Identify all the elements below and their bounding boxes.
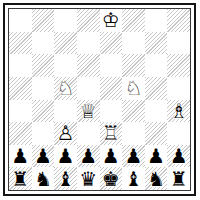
black-king-glyph: ♚ xyxy=(100,168,123,190)
black-pawn-glyph: ♟ xyxy=(167,145,190,167)
square-e7[interactable] xyxy=(100,32,123,55)
white-pawn-outline: ♙ xyxy=(54,122,77,144)
black-knight[interactable]: ♞ xyxy=(32,167,55,190)
black-pawn-glyph: ♟ xyxy=(77,145,100,167)
square-f6[interactable] xyxy=(122,54,145,77)
square-h3[interactable] xyxy=(167,122,190,145)
white-queen[interactable]: ♛♕ xyxy=(77,100,100,123)
square-h5[interactable] xyxy=(167,77,190,100)
square-e1[interactable]: ♚ xyxy=(100,167,123,190)
square-a1[interactable]: ♜ xyxy=(9,167,32,190)
white-knight[interactable]: ♞♘ xyxy=(54,77,77,100)
black-pawn[interactable]: ♟ xyxy=(145,145,168,168)
square-f1[interactable]: ♝ xyxy=(122,167,145,190)
black-pawn-glyph: ♟ xyxy=(9,145,32,167)
square-b3[interactable] xyxy=(32,122,55,145)
square-d4[interactable]: ♛♕ xyxy=(77,100,100,123)
black-pawn-glyph: ♟ xyxy=(54,145,77,167)
black-knight[interactable]: ♞ xyxy=(145,167,168,190)
white-king[interactable]: ♚♔ xyxy=(100,9,123,32)
square-c5[interactable]: ♞♘ xyxy=(54,77,77,100)
white-queen-outline: ♕ xyxy=(77,100,100,122)
square-e8[interactable]: ♚♔ xyxy=(100,9,123,32)
black-bishop[interactable]: ♝ xyxy=(54,167,77,190)
black-pawn[interactable]: ♟ xyxy=(122,145,145,168)
white-bishop-outline: ♗ xyxy=(167,100,190,122)
white-rook[interactable]: ♜♖ xyxy=(100,122,123,145)
white-king-outline: ♔ xyxy=(100,9,123,31)
square-f4[interactable] xyxy=(122,100,145,123)
black-pawn[interactable]: ♟ xyxy=(54,145,77,168)
square-c2[interactable]: ♟ xyxy=(54,145,77,168)
square-g2[interactable]: ♟ xyxy=(145,145,168,168)
square-d7[interactable] xyxy=(77,32,100,55)
black-rook-glyph: ♜ xyxy=(167,168,190,190)
square-f3[interactable] xyxy=(122,122,145,145)
square-c1[interactable]: ♝ xyxy=(54,167,77,190)
square-e6[interactable] xyxy=(100,54,123,77)
board-frame: ♚♔♞♘♞♘♛♕♝♗♟♙♜♖♟♟♟♟♟♟♟♟♜♞♝♛♚♝♞♜ xyxy=(3,3,196,196)
square-c6[interactable] xyxy=(54,54,77,77)
square-d8[interactable] xyxy=(77,9,100,32)
square-b5[interactable] xyxy=(32,77,55,100)
square-e3[interactable]: ♜♖ xyxy=(100,122,123,145)
white-pawn[interactable]: ♟♙ xyxy=(54,122,77,145)
square-g4[interactable] xyxy=(145,100,168,123)
black-rook-glyph: ♜ xyxy=(9,168,32,190)
square-d2[interactable]: ♟ xyxy=(77,145,100,168)
black-bishop-glyph: ♝ xyxy=(54,168,77,190)
square-c4[interactable] xyxy=(54,100,77,123)
chess-board: ♚♔♞♘♞♘♛♕♝♗♟♙♜♖♟♟♟♟♟♟♟♟♜♞♝♛♚♝♞♜ xyxy=(8,8,191,191)
black-king[interactable]: ♚ xyxy=(100,167,123,190)
white-knight[interactable]: ♞♘ xyxy=(122,77,145,100)
black-pawn[interactable]: ♟ xyxy=(32,145,55,168)
black-pawn[interactable]: ♟ xyxy=(77,145,100,168)
white-knight-outline: ♘ xyxy=(122,77,145,99)
square-a4[interactable] xyxy=(9,100,32,123)
square-b1[interactable]: ♞ xyxy=(32,167,55,190)
square-f8[interactable] xyxy=(122,9,145,32)
square-c3[interactable]: ♟♙ xyxy=(54,122,77,145)
square-h8[interactable] xyxy=(167,9,190,32)
square-a3[interactable] xyxy=(9,122,32,145)
square-b6[interactable] xyxy=(32,54,55,77)
square-h7[interactable] xyxy=(167,32,190,55)
black-pawn-glyph: ♟ xyxy=(145,145,168,167)
square-f5[interactable]: ♞♘ xyxy=(122,77,145,100)
square-h6[interactable] xyxy=(167,54,190,77)
square-f7[interactable] xyxy=(122,32,145,55)
black-queen-glyph: ♛ xyxy=(77,168,100,190)
black-pawn[interactable]: ♟ xyxy=(167,145,190,168)
square-d6[interactable] xyxy=(77,54,100,77)
black-pawn[interactable]: ♟ xyxy=(100,145,123,168)
square-e5[interactable] xyxy=(100,77,123,100)
square-e2[interactable]: ♟ xyxy=(100,145,123,168)
white-knight-outline: ♘ xyxy=(54,77,77,99)
chess-diagram: ♚♔♞♘♞♘♛♕♝♗♟♙♜♖♟♟♟♟♟♟♟♟♜♞♝♛♚♝♞♜ xyxy=(0,0,200,200)
square-g5[interactable] xyxy=(145,77,168,100)
square-g8[interactable] xyxy=(145,9,168,32)
square-d5[interactable] xyxy=(77,77,100,100)
white-bishop[interactable]: ♝♗ xyxy=(167,100,190,123)
square-g7[interactable] xyxy=(145,32,168,55)
square-d3[interactable] xyxy=(77,122,100,145)
square-b4[interactable] xyxy=(32,100,55,123)
white-rook-outline: ♖ xyxy=(100,122,123,144)
square-a2[interactable]: ♟ xyxy=(9,145,32,168)
square-g6[interactable] xyxy=(145,54,168,77)
square-a6[interactable] xyxy=(9,54,32,77)
square-c8[interactable] xyxy=(54,9,77,32)
square-h1[interactable]: ♜ xyxy=(167,167,190,190)
square-c7[interactable] xyxy=(54,32,77,55)
black-pawn-glyph: ♟ xyxy=(32,145,55,167)
black-knight-glyph: ♞ xyxy=(145,168,168,190)
square-g3[interactable] xyxy=(145,122,168,145)
black-rook[interactable]: ♜ xyxy=(9,167,32,190)
square-b7[interactable] xyxy=(32,32,55,55)
square-e4[interactable] xyxy=(100,100,123,123)
square-a5[interactable] xyxy=(9,77,32,100)
square-f2[interactable]: ♟ xyxy=(122,145,145,168)
square-b8[interactable] xyxy=(32,9,55,32)
square-a8[interactable] xyxy=(9,9,32,32)
black-queen[interactable]: ♛ xyxy=(77,167,100,190)
black-pawn-glyph: ♟ xyxy=(100,145,123,167)
black-pawn-glyph: ♟ xyxy=(122,145,145,167)
square-a7[interactable] xyxy=(9,32,32,55)
square-b2[interactable]: ♟ xyxy=(32,145,55,168)
square-g1[interactable]: ♞ xyxy=(145,167,168,190)
black-pawn[interactable]: ♟ xyxy=(9,145,32,168)
black-bishop-glyph: ♝ xyxy=(122,168,145,190)
black-knight-glyph: ♞ xyxy=(32,168,55,190)
black-bishop[interactable]: ♝ xyxy=(122,167,145,190)
square-d1[interactable]: ♛ xyxy=(77,167,100,190)
square-h4[interactable]: ♝♗ xyxy=(167,100,190,123)
black-rook[interactable]: ♜ xyxy=(167,167,190,190)
square-h2[interactable]: ♟ xyxy=(167,145,190,168)
